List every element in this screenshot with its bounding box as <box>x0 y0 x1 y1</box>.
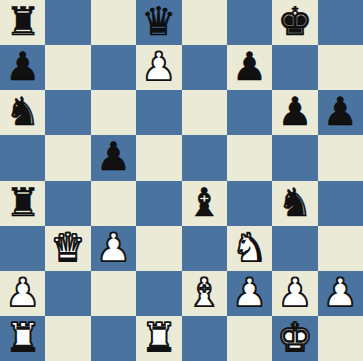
piece-white-queen[interactable]: ♛ <box>51 228 86 267</box>
square-g7[interactable] <box>272 45 317 90</box>
square-d1[interactable]: ♜ <box>136 316 181 361</box>
square-h1[interactable] <box>318 316 363 361</box>
square-c7[interactable] <box>91 45 136 90</box>
square-f3[interactable]: ♞ <box>227 226 272 271</box>
square-d7[interactable]: ♟ <box>136 45 181 90</box>
square-a6[interactable]: ♞ <box>0 90 45 135</box>
square-h7[interactable] <box>318 45 363 90</box>
square-h6[interactable]: ♟ <box>318 90 363 135</box>
piece-black-queen[interactable]: ♛ <box>141 2 176 41</box>
piece-white-bishop[interactable]: ♝ <box>187 273 222 312</box>
square-c6[interactable] <box>91 90 136 135</box>
square-b2[interactable] <box>45 271 90 316</box>
piece-black-rook[interactable]: ♜ <box>5 2 40 41</box>
chess-board: ♜♛♚♟♟♟♞♟♟♟♜♝♞♛♟♞♟♝♟♟♟♜♜♚ <box>0 0 363 361</box>
square-a4[interactable]: ♜ <box>0 181 45 226</box>
square-e8[interactable] <box>182 0 227 45</box>
square-e2[interactable]: ♝ <box>182 271 227 316</box>
piece-black-pawn[interactable]: ♟ <box>323 92 358 131</box>
square-b8[interactable] <box>45 0 90 45</box>
square-a2[interactable]: ♟ <box>0 271 45 316</box>
square-h3[interactable] <box>318 226 363 271</box>
square-d2[interactable] <box>136 271 181 316</box>
square-b6[interactable] <box>45 90 90 135</box>
square-d5[interactable] <box>136 135 181 180</box>
piece-black-pawn[interactable]: ♟ <box>5 47 40 86</box>
piece-black-king[interactable]: ♚ <box>277 2 312 41</box>
square-c3[interactable]: ♟ <box>91 226 136 271</box>
square-g5[interactable] <box>272 135 317 180</box>
square-h2[interactable]: ♟ <box>318 271 363 316</box>
square-b1[interactable] <box>45 316 90 361</box>
square-c5[interactable]: ♟ <box>91 135 136 180</box>
square-f7[interactable]: ♟ <box>227 45 272 90</box>
square-a3[interactable] <box>0 226 45 271</box>
square-f6[interactable] <box>227 90 272 135</box>
piece-black-pawn[interactable]: ♟ <box>232 47 267 86</box>
piece-white-pawn[interactable]: ♟ <box>96 228 131 267</box>
piece-black-knight[interactable]: ♞ <box>5 92 40 131</box>
square-h5[interactable] <box>318 135 363 180</box>
square-h4[interactable] <box>318 181 363 226</box>
square-c4[interactable] <box>91 181 136 226</box>
square-d4[interactable] <box>136 181 181 226</box>
square-f5[interactable] <box>227 135 272 180</box>
piece-white-rook[interactable]: ♜ <box>141 318 176 357</box>
square-c1[interactable] <box>91 316 136 361</box>
square-g6[interactable]: ♟ <box>272 90 317 135</box>
square-b7[interactable] <box>45 45 90 90</box>
square-a1[interactable]: ♜ <box>0 316 45 361</box>
square-c2[interactable] <box>91 271 136 316</box>
piece-white-pawn[interactable]: ♟ <box>232 273 267 312</box>
square-d6[interactable] <box>136 90 181 135</box>
square-f4[interactable] <box>227 181 272 226</box>
piece-white-rook[interactable]: ♜ <box>5 318 40 357</box>
square-g3[interactable] <box>272 226 317 271</box>
square-d8[interactable]: ♛ <box>136 0 181 45</box>
square-f2[interactable]: ♟ <box>227 271 272 316</box>
square-g4[interactable]: ♞ <box>272 181 317 226</box>
square-b3[interactable]: ♛ <box>45 226 90 271</box>
square-f1[interactable] <box>227 316 272 361</box>
square-g2[interactable]: ♟ <box>272 271 317 316</box>
square-e4[interactable]: ♝ <box>182 181 227 226</box>
piece-white-pawn[interactable]: ♟ <box>277 273 312 312</box>
square-f8[interactable] <box>227 0 272 45</box>
square-a7[interactable]: ♟ <box>0 45 45 90</box>
square-d3[interactable] <box>136 226 181 271</box>
piece-black-rook[interactable]: ♜ <box>5 183 40 222</box>
piece-black-knight[interactable]: ♞ <box>277 183 312 222</box>
square-g8[interactable]: ♚ <box>272 0 317 45</box>
square-a8[interactable]: ♜ <box>0 0 45 45</box>
piece-black-pawn[interactable]: ♟ <box>277 92 312 131</box>
piece-white-king[interactable]: ♚ <box>277 318 312 357</box>
square-e6[interactable] <box>182 90 227 135</box>
square-e3[interactable] <box>182 226 227 271</box>
piece-white-knight[interactable]: ♞ <box>232 228 267 267</box>
square-g1[interactable]: ♚ <box>272 316 317 361</box>
square-e7[interactable] <box>182 45 227 90</box>
square-b5[interactable] <box>45 135 90 180</box>
square-a5[interactable] <box>0 135 45 180</box>
square-b4[interactable] <box>45 181 90 226</box>
square-c8[interactable] <box>91 0 136 45</box>
piece-white-pawn[interactable]: ♟ <box>5 273 40 312</box>
piece-white-pawn[interactable]: ♟ <box>323 273 358 312</box>
square-h8[interactable] <box>318 0 363 45</box>
square-e1[interactable] <box>182 316 227 361</box>
piece-white-pawn[interactable]: ♟ <box>141 47 176 86</box>
square-e5[interactable] <box>182 135 227 180</box>
piece-black-pawn[interactable]: ♟ <box>96 137 131 176</box>
piece-black-bishop[interactable]: ♝ <box>187 183 222 222</box>
